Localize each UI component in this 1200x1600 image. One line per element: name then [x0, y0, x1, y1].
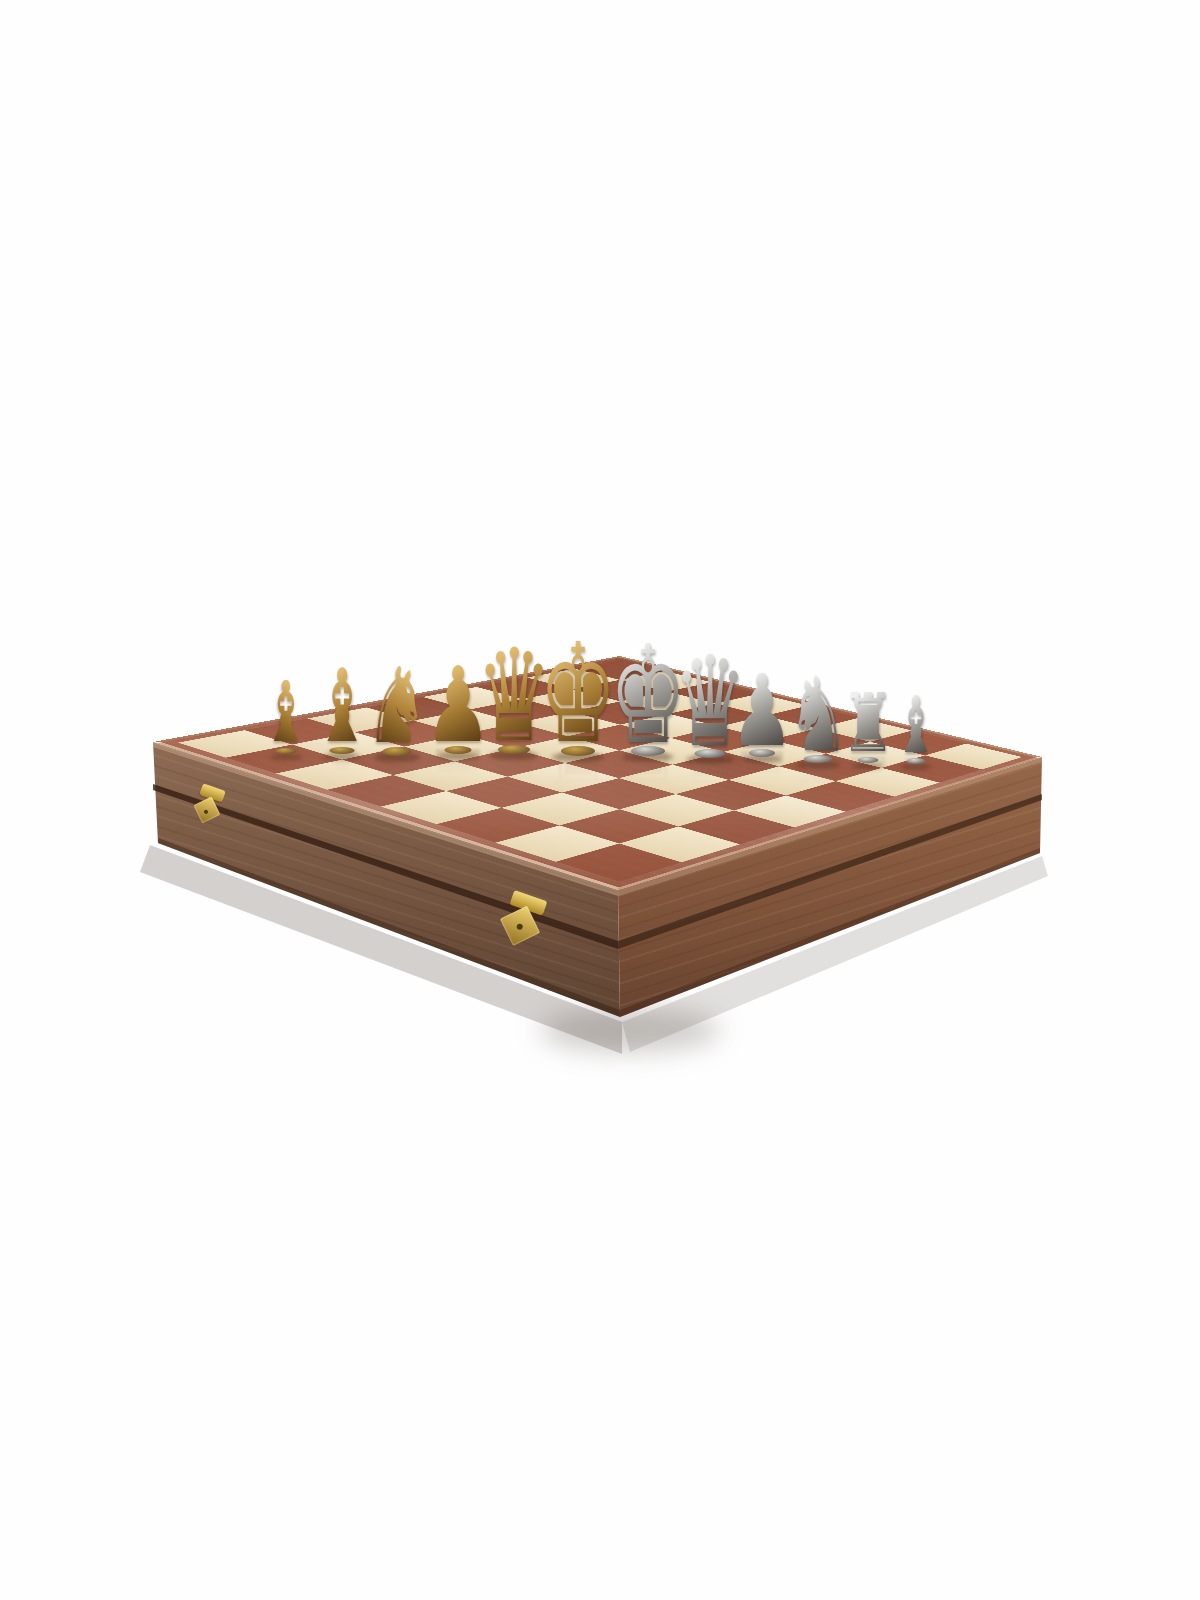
chess-box-photo: ♝♝♝♝♞♞♟♟♛♛♚♚♚♚♛♛♟♟♞♞♜♜♝♝ — [0, 0, 1200, 1600]
ground-shadow-corner — [540, 1008, 720, 1052]
seated-figure-glyph: ♝ — [894, 695, 937, 756]
chess-piece-silver-seated[interactable]: ♝♝ — [846, 693, 986, 766]
